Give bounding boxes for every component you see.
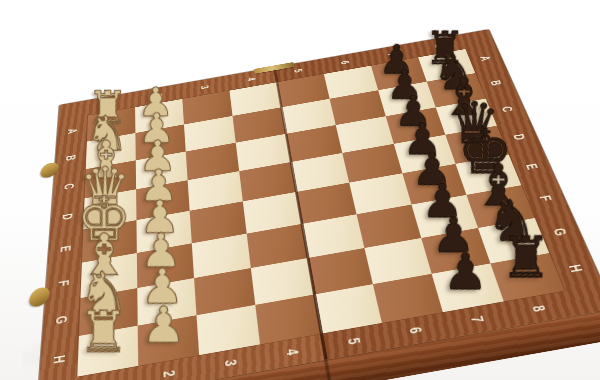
perspective-container: 12345678 12345678 ABCDEFGH ABCDEFGH ♜♞♝♛… [6, 0, 585, 380]
photo-background: 12345678 12345678 ABCDEFGH ABCDEFGH ♜♞♝♛… [0, 0, 600, 380]
rank-label-1: 1 [97, 89, 127, 119]
board-rotation-wrapper: 12345678 12345678 ABCDEFGH ABCDEFGH ♜♞♝♛… [6, 0, 585, 380]
chess-board: 12345678 12345678 ABCDEFGH ABCDEFGH ♜♞♝♛… [37, 29, 600, 380]
